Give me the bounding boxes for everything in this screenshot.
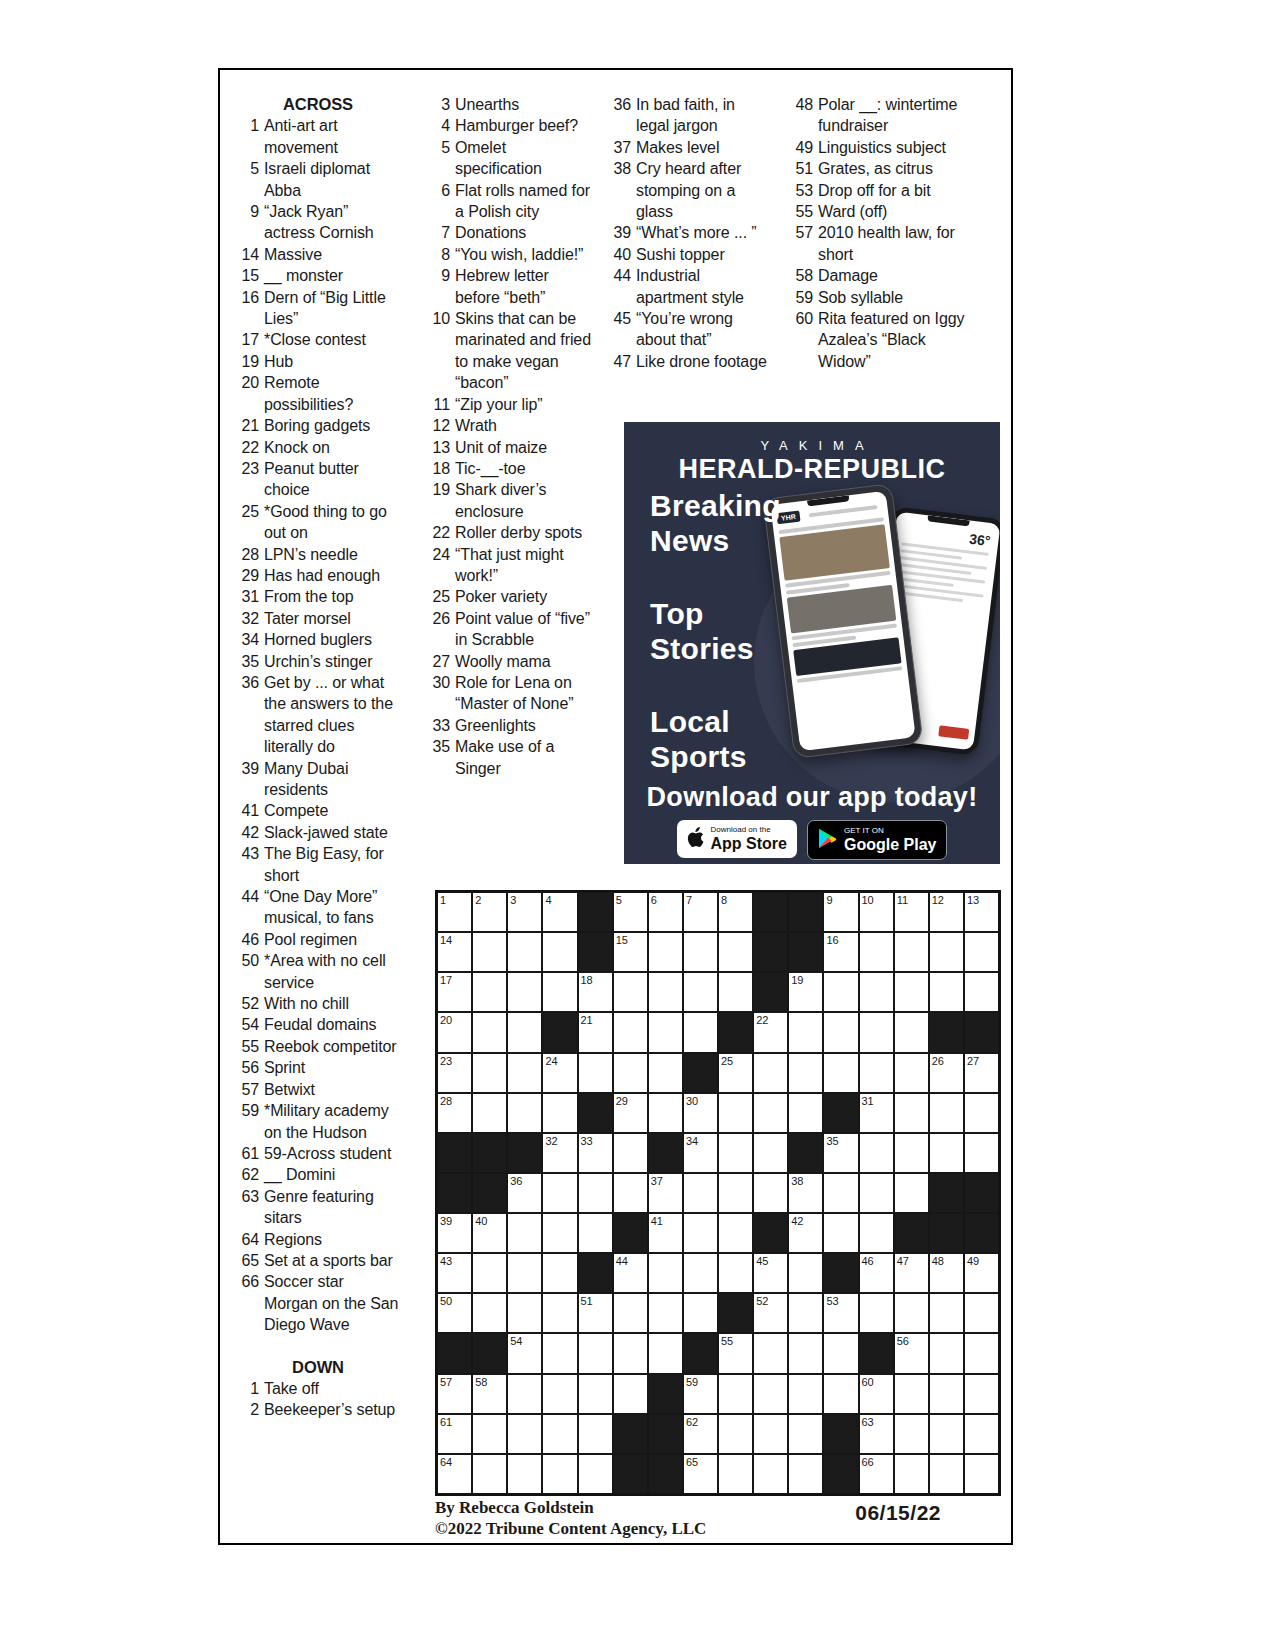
grid-cell[interactable] [472, 972, 507, 1012]
grid-cell[interactable]: 29 [613, 1093, 648, 1133]
grid-cell[interactable] [929, 932, 964, 972]
grid-cell[interactable] [718, 1374, 753, 1414]
black-cell [788, 1133, 823, 1173]
grid-cell[interactable]: 52 [753, 1293, 788, 1333]
clue-15: 15__ monster [235, 265, 401, 286]
grid-cell[interactable] [894, 1012, 929, 1052]
grid-cell[interactable]: 15 [613, 932, 648, 972]
grid-cell[interactable] [613, 1053, 648, 1093]
cell-number: 53 [826, 1295, 838, 1307]
grid-cell[interactable]: 31 [859, 1093, 894, 1133]
grid-cell[interactable] [753, 1053, 788, 1093]
grid-cell[interactable]: 24 [542, 1053, 577, 1093]
grid-cell[interactable] [859, 1133, 894, 1173]
grid-cell[interactable]: 30 [683, 1093, 718, 1133]
grid-cell[interactable] [683, 972, 718, 1012]
cell-number: 25 [721, 1055, 733, 1067]
grid-cell[interactable]: 18 [578, 972, 613, 1012]
grid-cell[interactable]: 56 [894, 1333, 929, 1373]
grid-cell[interactable] [542, 1374, 577, 1414]
black-cell [648, 1133, 683, 1173]
black-cell [578, 892, 613, 932]
clue-column-across: ACROSS1Anti-art art movement5Israeli dip… [235, 94, 401, 1421]
grid-cell[interactable] [788, 1012, 823, 1052]
grid-cell[interactable] [472, 1253, 507, 1293]
grid-cell[interactable]: 62 [683, 1414, 718, 1454]
black-cell [578, 1093, 613, 1133]
grid-cell[interactable] [859, 1012, 894, 1052]
grid-cell[interactable] [823, 1213, 858, 1253]
grid-cell[interactable] [964, 1333, 999, 1373]
grid-cell[interactable]: 57 [437, 1374, 472, 1414]
grid-cell[interactable] [613, 1173, 648, 1213]
grid-cell[interactable] [578, 1454, 613, 1494]
black-cell [683, 1053, 718, 1093]
grid-cell[interactable]: 63 [859, 1414, 894, 1454]
grid-cell[interactable]: 2 [472, 892, 507, 932]
grid-cell[interactable] [472, 1053, 507, 1093]
grid-cell[interactable] [823, 1374, 858, 1414]
grid-cell[interactable]: 32 [542, 1133, 577, 1173]
grid-cell[interactable]: 25 [718, 1053, 753, 1093]
grid-cell[interactable] [507, 1253, 542, 1293]
grid-cell[interactable] [823, 972, 858, 1012]
grid-cell[interactable] [578, 1173, 613, 1213]
grid-cell[interactable]: 1 [437, 892, 472, 932]
grid-cell[interactable]: 17 [437, 972, 472, 1012]
grid-cell[interactable]: 3 [507, 892, 542, 932]
grid-cell[interactable]: 45 [753, 1253, 788, 1293]
grid-cell[interactable] [507, 1213, 542, 1253]
grid-cell[interactable]: 36 [507, 1173, 542, 1213]
grid-cell[interactable] [718, 1454, 753, 1494]
grid-cell[interactable] [718, 1414, 753, 1454]
grid-cell[interactable] [859, 1213, 894, 1253]
grid-cell[interactable] [718, 1213, 753, 1253]
grid-cell[interactable]: 46 [859, 1253, 894, 1293]
grid-cell[interactable] [578, 1333, 613, 1373]
grid-cell[interactable]: 40 [472, 1213, 507, 1253]
clue-52: 52With no chill [235, 993, 401, 1014]
grid-cell[interactable] [894, 1293, 929, 1333]
cell-number: 27 [967, 1055, 979, 1067]
grid-cell[interactable] [894, 932, 929, 972]
grid-cell[interactable] [894, 1133, 929, 1173]
grid-cell[interactable] [788, 1333, 823, 1373]
grid-cell[interactable]: 51 [578, 1293, 613, 1333]
grid-cell[interactable]: 49 [964, 1253, 999, 1293]
grid-cell[interactable] [894, 1374, 929, 1414]
clue-9: 9Hebrew letter before “beth” [426, 265, 596, 308]
clue-20: 20Remote possibilities? [235, 372, 401, 415]
grid-cell[interactable]: 60 [859, 1374, 894, 1414]
grid-cell[interactable] [894, 1414, 929, 1454]
grid-cell[interactable] [964, 1374, 999, 1414]
cell-number: 1 [440, 894, 446, 906]
grid-cell[interactable] [648, 1253, 683, 1293]
grid-cell[interactable] [542, 1173, 577, 1213]
cell-number: 49 [967, 1255, 979, 1267]
ad-masthead-city: YAKIMA [624, 438, 1000, 453]
grid-cell[interactable]: 35 [823, 1133, 858, 1173]
grid-cell[interactable]: 10 [859, 892, 894, 932]
grid-cell[interactable] [472, 1012, 507, 1052]
cell-number: 44 [616, 1255, 628, 1267]
grid-cell[interactable] [929, 1454, 964, 1494]
grid-cell[interactable]: 19 [788, 972, 823, 1012]
grid-cell[interactable] [542, 972, 577, 1012]
grid-cell[interactable] [894, 1454, 929, 1494]
clue-26: 26Point value of “five” in Scrabble [426, 608, 596, 651]
grid-cell[interactable] [753, 1173, 788, 1213]
grid-cell[interactable] [542, 932, 577, 972]
grid-cell[interactable] [507, 972, 542, 1012]
grid-cell[interactable] [578, 1213, 613, 1253]
app-store-badge-label: App Store [711, 836, 787, 852]
cell-number: 11 [897, 894, 908, 906]
grid-cell[interactable] [859, 1053, 894, 1093]
grid-cell[interactable]: 12 [929, 892, 964, 932]
grid-cell[interactable]: 16 [823, 932, 858, 972]
cell-number: 22 [756, 1014, 768, 1026]
grid-cell[interactable] [964, 1093, 999, 1133]
ad-feature: TopStories [650, 596, 781, 666]
clue-1: 1Anti-art art movement [235, 115, 401, 158]
clue-35: 35Make use of a Singer [426, 736, 596, 779]
grid-cell[interactable] [542, 1213, 577, 1253]
grid-cell[interactable] [718, 1133, 753, 1173]
grid-cell[interactable] [613, 1133, 648, 1173]
cell-number: 5 [616, 894, 622, 906]
grid-cell[interactable]: 4 [542, 892, 577, 932]
grid-cell[interactable]: 14 [437, 932, 472, 972]
black-cell [964, 1012, 999, 1052]
grid-cell[interactable]: 9 [823, 892, 858, 932]
grid-cell[interactable] [788, 1053, 823, 1093]
cell-number: 20 [440, 1014, 452, 1026]
grid-cell[interactable] [929, 1333, 964, 1373]
grid-cell[interactable] [964, 1454, 999, 1494]
grid-cell[interactable] [859, 1173, 894, 1213]
cell-number: 41 [651, 1215, 663, 1227]
grid-cell[interactable] [683, 1293, 718, 1333]
clue-22: 22Roller derby spots [426, 522, 596, 543]
grid-cell[interactable] [472, 1093, 507, 1133]
grid-cell[interactable] [718, 932, 753, 972]
grid-cell[interactable] [753, 1133, 788, 1173]
clue-63: 63Genre featuring sitars [235, 1186, 401, 1229]
grid-cell[interactable] [613, 972, 648, 1012]
puzzle-frame: ACROSS1Anti-art art movement5Israeli dip… [218, 68, 1013, 1545]
grid-cell[interactable] [648, 1053, 683, 1093]
grid-cell[interactable] [613, 1293, 648, 1333]
grid-cell[interactable]: 33 [578, 1133, 613, 1173]
grid-cell[interactable] [753, 1414, 788, 1454]
grid-cell[interactable] [683, 1213, 718, 1253]
grid-cell[interactable]: 11 [894, 892, 929, 932]
grid-cell[interactable]: 7 [683, 892, 718, 932]
grid-cell[interactable]: 42 [788, 1213, 823, 1253]
black-cell [788, 932, 823, 972]
grid-cell[interactable] [929, 972, 964, 1012]
grid-cell[interactable]: 13 [964, 892, 999, 932]
cell-number: 65 [686, 1456, 698, 1468]
grid-cell[interactable]: 54 [507, 1333, 542, 1373]
clue-50: 50*Area with no cell service [235, 950, 401, 993]
black-cell [823, 1454, 858, 1494]
grid-cell[interactable] [929, 1093, 964, 1133]
grid-cell[interactable] [542, 1333, 577, 1373]
black-cell [929, 1012, 964, 1052]
grid-cell[interactable]: 61 [437, 1414, 472, 1454]
grid-cell[interactable] [859, 932, 894, 972]
grid-cell[interactable]: 53 [823, 1293, 858, 1333]
app-store-badge[interactable]: Download on the App Store [677, 820, 797, 858]
grid-cell[interactable] [507, 1414, 542, 1454]
grid-cell[interactable]: 34 [683, 1133, 718, 1173]
grid-cell[interactable] [753, 1093, 788, 1133]
grid-cell[interactable] [788, 1093, 823, 1133]
grid-cell[interactable]: 5 [613, 892, 648, 932]
grid-cell[interactable] [578, 1414, 613, 1454]
grid-cell[interactable] [683, 1012, 718, 1052]
clue-27: 27Woolly mama [426, 651, 596, 672]
clue-25: 25*Good thing to go out on [235, 501, 401, 544]
clue-list-header: DOWN [235, 1357, 401, 1378]
grid-cell[interactable] [823, 1012, 858, 1052]
grid-cell[interactable] [894, 1173, 929, 1213]
cell-number: 32 [545, 1135, 557, 1147]
grid-cell[interactable] [613, 1012, 648, 1052]
cell-number: 39 [440, 1215, 452, 1227]
grid-cell[interactable] [648, 1093, 683, 1133]
cell-number: 33 [581, 1135, 593, 1147]
black-cell [437, 1333, 472, 1373]
clue-10: 10Skins that can be marinated and fried … [426, 308, 596, 394]
grid-cell[interactable] [648, 932, 683, 972]
clue-9: 9“Jack Ryan” actress Cornish [235, 201, 401, 244]
cell-number: 38 [791, 1175, 803, 1187]
cell-number: 50 [440, 1295, 452, 1307]
grid-cell[interactable] [964, 1293, 999, 1333]
cell-number: 59 [686, 1376, 698, 1388]
black-cell [578, 1253, 613, 1293]
grid-cell[interactable]: 58 [472, 1374, 507, 1414]
cell-number: 12 [932, 894, 944, 906]
grid-cell[interactable] [894, 1093, 929, 1133]
clue-16: 16Dern of “Big Little Lies” [235, 287, 401, 330]
grid-cell[interactable] [542, 1454, 577, 1494]
grid-cell[interactable]: 47 [894, 1253, 929, 1293]
grid-cell[interactable]: 37 [648, 1173, 683, 1213]
black-cell [823, 1253, 858, 1293]
clue-39: 39Many Dubai residents [235, 758, 401, 801]
clue-58: 58Damage [789, 265, 965, 286]
cell-number: 55 [721, 1335, 733, 1347]
grid-cell[interactable] [929, 1133, 964, 1173]
cell-number: 21 [581, 1014, 593, 1026]
herald-republic-app-ad: YAKIMA HERALD-REPUBLIC 36° [624, 422, 1000, 864]
grid-cell[interactable] [964, 1414, 999, 1454]
grid-cell[interactable]: 6 [648, 892, 683, 932]
grid-cell[interactable] [542, 1253, 577, 1293]
grid-cell[interactable] [788, 1374, 823, 1414]
cell-number: 31 [862, 1095, 874, 1107]
grid-cell[interactable] [683, 1173, 718, 1213]
grid-cell[interactable] [648, 972, 683, 1012]
cell-number: 52 [756, 1295, 768, 1307]
grid-cell[interactable]: 44 [613, 1253, 648, 1293]
grid-cell[interactable] [507, 1293, 542, 1333]
cell-number: 47 [897, 1255, 909, 1267]
grid-cell[interactable]: 66 [859, 1454, 894, 1494]
grid-cell[interactable] [964, 972, 999, 1012]
grid-cell[interactable] [613, 1374, 648, 1414]
clue-53: 53Drop off for a bit [789, 180, 965, 201]
grid-cell[interactable] [507, 1053, 542, 1093]
grid-cell[interactable] [788, 1253, 823, 1293]
grid-cell[interactable] [753, 1374, 788, 1414]
grid-cell[interactable]: 41 [648, 1213, 683, 1253]
black-cell [472, 1133, 507, 1173]
grid-cell[interactable]: 64 [437, 1454, 472, 1494]
cell-number: 43 [440, 1255, 452, 1267]
cell-number: 8 [721, 894, 727, 906]
grid-cell[interactable] [613, 1333, 648, 1373]
grid-cell[interactable] [894, 972, 929, 1012]
grid-cell[interactable] [507, 1454, 542, 1494]
cell-number: 23 [440, 1055, 452, 1067]
black-cell [753, 932, 788, 972]
ad-feature-list: BreakingNewsTopStoriesLocalSports [650, 488, 781, 812]
grid-cell[interactable] [472, 1414, 507, 1454]
cell-number: 24 [545, 1055, 557, 1067]
grid-cell[interactable] [894, 1053, 929, 1093]
grid-cell[interactable] [648, 1012, 683, 1052]
grid-cell[interactable] [578, 1053, 613, 1093]
grid-cell[interactable] [929, 1293, 964, 1333]
grid-cell[interactable] [542, 1293, 577, 1333]
grid-cell[interactable] [823, 1053, 858, 1093]
grid-cell[interactable] [859, 1293, 894, 1333]
grid-cell[interactable] [788, 1293, 823, 1333]
grid-cell[interactable]: 21 [578, 1012, 613, 1052]
clue-64: 64Regions [235, 1229, 401, 1250]
black-cell [472, 1173, 507, 1213]
black-cell [859, 1333, 894, 1373]
black-cell [578, 932, 613, 972]
grid-cell[interactable] [718, 1253, 753, 1293]
grid-cell[interactable]: 50 [437, 1293, 472, 1333]
apple-logo-icon [687, 827, 704, 852]
grid-cell[interactable] [542, 1414, 577, 1454]
grid-cell[interactable]: 43 [437, 1253, 472, 1293]
grid-cell[interactable] [507, 932, 542, 972]
grid-cell[interactable] [823, 1333, 858, 1373]
grid-cell[interactable] [578, 1374, 613, 1414]
cell-number: 3 [510, 894, 516, 906]
cell-number: 56 [897, 1335, 909, 1347]
cell-number: 34 [686, 1135, 698, 1147]
grid-cell[interactable] [472, 1293, 507, 1333]
grid-cell[interactable] [648, 1333, 683, 1373]
grid-cell[interactable]: 26 [929, 1053, 964, 1093]
clue-list-header: ACROSS [235, 94, 401, 115]
clue-5: 5Omelet specification [426, 137, 596, 180]
cell-number: 63 [862, 1416, 874, 1428]
clue-59: 59Sob syllable [789, 287, 965, 308]
black-cell [964, 1173, 999, 1213]
cell-number: 6 [651, 894, 657, 906]
grid-cell[interactable] [823, 1173, 858, 1213]
black-cell [648, 1414, 683, 1454]
black-cell [823, 1093, 858, 1133]
grid-cell[interactable] [964, 932, 999, 972]
grid-cell[interactable]: 20 [437, 1012, 472, 1052]
grid-cell[interactable]: 22 [753, 1012, 788, 1052]
cell-number: 62 [686, 1416, 698, 1428]
cell-number: 48 [932, 1255, 944, 1267]
grid-cell[interactable]: 28 [437, 1093, 472, 1133]
clue-2: 2Beekeeper’s setup [235, 1399, 401, 1420]
grid-cell[interactable] [859, 972, 894, 1012]
black-cell [613, 1414, 648, 1454]
grid-cell[interactable]: 48 [929, 1253, 964, 1293]
grid-cell[interactable] [507, 1012, 542, 1052]
black-cell [753, 1213, 788, 1253]
grid-cell[interactable] [718, 1173, 753, 1213]
clue-57: 572010 health law, for short [789, 222, 965, 265]
clue-37: 37Makes level [607, 137, 767, 158]
grid-cell[interactable] [718, 972, 753, 1012]
cell-number: 66 [862, 1456, 874, 1468]
grid-cell[interactable] [472, 1454, 507, 1494]
clue-24: 24“That just might work!” [426, 544, 596, 587]
grid-cell[interactable]: 59 [683, 1374, 718, 1414]
grid-cell[interactable] [683, 932, 718, 972]
grid-cell[interactable] [718, 1093, 753, 1133]
grid-cell[interactable]: 55 [718, 1333, 753, 1373]
store-badges: Download on the App Store GE [624, 820, 1000, 860]
cell-number: 45 [756, 1255, 768, 1267]
grid-cell[interactable]: 8 [718, 892, 753, 932]
grid-cell[interactable] [964, 1133, 999, 1173]
grid-cell[interactable] [929, 1414, 964, 1454]
grid-cell[interactable] [753, 1333, 788, 1373]
grid-cell[interactable]: 39 [437, 1213, 472, 1253]
clue-36: 36Get by ... or what the answers to the … [235, 672, 401, 758]
grid-cell[interactable] [648, 1293, 683, 1333]
grid-cell[interactable] [788, 1414, 823, 1454]
grid-cell[interactable] [788, 1454, 823, 1494]
grid-cell[interactable] [507, 1093, 542, 1133]
grid-cell[interactable]: 38 [788, 1173, 823, 1213]
clue-57: 57Betwixt [235, 1079, 401, 1100]
grid-cell[interactable] [542, 1093, 577, 1133]
grid-cell[interactable] [753, 1454, 788, 1494]
grid-cell[interactable] [683, 1253, 718, 1293]
grid-cell[interactable] [929, 1374, 964, 1414]
google-play-badge[interactable]: GET IT ON Google Play [807, 820, 947, 860]
app-store-badge-top: Download on the [711, 826, 787, 834]
clue-14: 14Massive [235, 244, 401, 265]
grid-cell[interactable]: 27 [964, 1053, 999, 1093]
grid-cell[interactable] [507, 1374, 542, 1414]
cell-number: 16 [826, 934, 838, 946]
grid-cell[interactable] [472, 932, 507, 972]
grid-cell[interactable]: 23 [437, 1053, 472, 1093]
grid-cell[interactable]: 65 [683, 1454, 718, 1494]
